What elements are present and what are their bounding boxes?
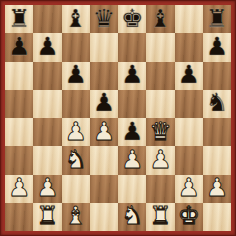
piece-white-knight[interactable]: ♞ bbox=[64, 147, 86, 172]
square-b5[interactable] bbox=[33, 90, 61, 118]
square-d7[interactable] bbox=[90, 33, 118, 61]
square-a4[interactable] bbox=[5, 118, 33, 146]
piece-black-rook[interactable]: ♜ bbox=[206, 6, 228, 31]
board: ♜♝♛♚♝♜♟♟♟♟♟♟♟♞♟♟♟♛♞♟♟♟♟♟♟♜♝♞♜♚ bbox=[5, 5, 231, 231]
square-c7[interactable] bbox=[62, 33, 90, 61]
square-c1[interactable]: ♝ bbox=[62, 203, 90, 231]
square-f7[interactable] bbox=[146, 33, 174, 61]
piece-white-knight[interactable]: ♞ bbox=[121, 203, 143, 228]
square-g1[interactable]: ♚ bbox=[175, 203, 203, 231]
piece-white-pawn[interactable]: ♟ bbox=[149, 147, 171, 172]
piece-white-pawn[interactable]: ♟ bbox=[64, 119, 86, 144]
piece-white-pawn[interactable]: ♟ bbox=[121, 147, 143, 172]
piece-white-pawn[interactable]: ♟ bbox=[206, 175, 228, 200]
square-h6[interactable] bbox=[203, 62, 231, 90]
square-a1[interactable] bbox=[5, 203, 33, 231]
square-h3[interactable] bbox=[203, 146, 231, 174]
square-d3[interactable] bbox=[90, 146, 118, 174]
piece-white-king[interactable]: ♚ bbox=[177, 203, 199, 228]
square-f1[interactable]: ♜ bbox=[146, 203, 174, 231]
square-d1[interactable] bbox=[90, 203, 118, 231]
piece-white-pawn[interactable]: ♟ bbox=[177, 175, 199, 200]
square-e1[interactable]: ♞ bbox=[118, 203, 146, 231]
square-e8[interactable]: ♚ bbox=[118, 5, 146, 33]
square-g3[interactable] bbox=[175, 146, 203, 174]
square-g6[interactable]: ♟ bbox=[175, 62, 203, 90]
square-c5[interactable] bbox=[62, 90, 90, 118]
square-f3[interactable]: ♟ bbox=[146, 146, 174, 174]
square-b3[interactable] bbox=[33, 146, 61, 174]
square-h5[interactable]: ♞ bbox=[203, 90, 231, 118]
square-d8[interactable]: ♛ bbox=[90, 5, 118, 33]
square-a5[interactable] bbox=[5, 90, 33, 118]
square-h4[interactable] bbox=[203, 118, 231, 146]
piece-white-rook[interactable]: ♜ bbox=[36, 203, 58, 228]
square-g5[interactable] bbox=[175, 90, 203, 118]
piece-white-pawn[interactable]: ♟ bbox=[93, 119, 115, 144]
square-a2[interactable]: ♟ bbox=[5, 175, 33, 203]
square-e4[interactable]: ♟ bbox=[118, 118, 146, 146]
square-c4[interactable]: ♟ bbox=[62, 118, 90, 146]
piece-black-pawn[interactable]: ♟ bbox=[93, 90, 115, 115]
piece-black-pawn[interactable]: ♟ bbox=[36, 34, 58, 59]
square-e3[interactable]: ♟ bbox=[118, 146, 146, 174]
piece-black-pawn[interactable]: ♟ bbox=[8, 34, 30, 59]
piece-white-bishop[interactable]: ♝ bbox=[64, 203, 86, 228]
board-frame: ♜♝♛♚♝♜♟♟♟♟♟♟♟♞♟♟♟♛♞♟♟♟♟♟♟♜♝♞♜♚ bbox=[0, 0, 236, 236]
piece-black-bishop[interactable]: ♝ bbox=[149, 6, 171, 31]
piece-white-pawn[interactable]: ♟ bbox=[36, 175, 58, 200]
square-h2[interactable]: ♟ bbox=[203, 175, 231, 203]
square-a7[interactable]: ♟ bbox=[5, 33, 33, 61]
piece-black-queen[interactable]: ♛ bbox=[93, 6, 115, 31]
square-g7[interactable] bbox=[175, 33, 203, 61]
square-f2[interactable] bbox=[146, 175, 174, 203]
piece-black-pawn[interactable]: ♟ bbox=[64, 62, 86, 87]
square-a6[interactable] bbox=[5, 62, 33, 90]
square-b6[interactable] bbox=[33, 62, 61, 90]
square-f6[interactable] bbox=[146, 62, 174, 90]
piece-black-king[interactable]: ♚ bbox=[121, 6, 143, 31]
square-b2[interactable]: ♟ bbox=[33, 175, 61, 203]
piece-white-queen[interactable]: ♛ bbox=[149, 119, 171, 144]
square-g2[interactable]: ♟ bbox=[175, 175, 203, 203]
piece-white-pawn[interactable]: ♟ bbox=[8, 175, 30, 200]
square-d2[interactable] bbox=[90, 175, 118, 203]
square-b1[interactable]: ♜ bbox=[33, 203, 61, 231]
square-g4[interactable] bbox=[175, 118, 203, 146]
piece-black-knight[interactable]: ♞ bbox=[206, 90, 228, 115]
square-e6[interactable]: ♟ bbox=[118, 62, 146, 90]
square-c3[interactable]: ♞ bbox=[62, 146, 90, 174]
square-a8[interactable]: ♜ bbox=[5, 5, 33, 33]
piece-black-bishop[interactable]: ♝ bbox=[64, 6, 86, 31]
square-c2[interactable] bbox=[62, 175, 90, 203]
square-c6[interactable]: ♟ bbox=[62, 62, 90, 90]
square-f8[interactable]: ♝ bbox=[146, 5, 174, 33]
square-b7[interactable]: ♟ bbox=[33, 33, 61, 61]
square-d5[interactable]: ♟ bbox=[90, 90, 118, 118]
piece-black-pawn[interactable]: ♟ bbox=[121, 119, 143, 144]
square-g8[interactable] bbox=[175, 5, 203, 33]
piece-black-pawn[interactable]: ♟ bbox=[177, 62, 199, 87]
square-d6[interactable] bbox=[90, 62, 118, 90]
square-f5[interactable] bbox=[146, 90, 174, 118]
square-a3[interactable] bbox=[5, 146, 33, 174]
square-h7[interactable]: ♟ bbox=[203, 33, 231, 61]
piece-black-pawn[interactable]: ♟ bbox=[206, 34, 228, 59]
square-b8[interactable] bbox=[33, 5, 61, 33]
piece-white-rook[interactable]: ♜ bbox=[149, 203, 171, 228]
square-e5[interactable] bbox=[118, 90, 146, 118]
piece-black-rook[interactable]: ♜ bbox=[8, 6, 30, 31]
square-c8[interactable]: ♝ bbox=[62, 5, 90, 33]
square-d4[interactable]: ♟ bbox=[90, 118, 118, 146]
square-b4[interactable] bbox=[33, 118, 61, 146]
square-h8[interactable]: ♜ bbox=[203, 5, 231, 33]
piece-black-pawn[interactable]: ♟ bbox=[121, 62, 143, 87]
square-e7[interactable] bbox=[118, 33, 146, 61]
square-f4[interactable]: ♛ bbox=[146, 118, 174, 146]
square-e2[interactable] bbox=[118, 175, 146, 203]
square-h1[interactable] bbox=[203, 203, 231, 231]
